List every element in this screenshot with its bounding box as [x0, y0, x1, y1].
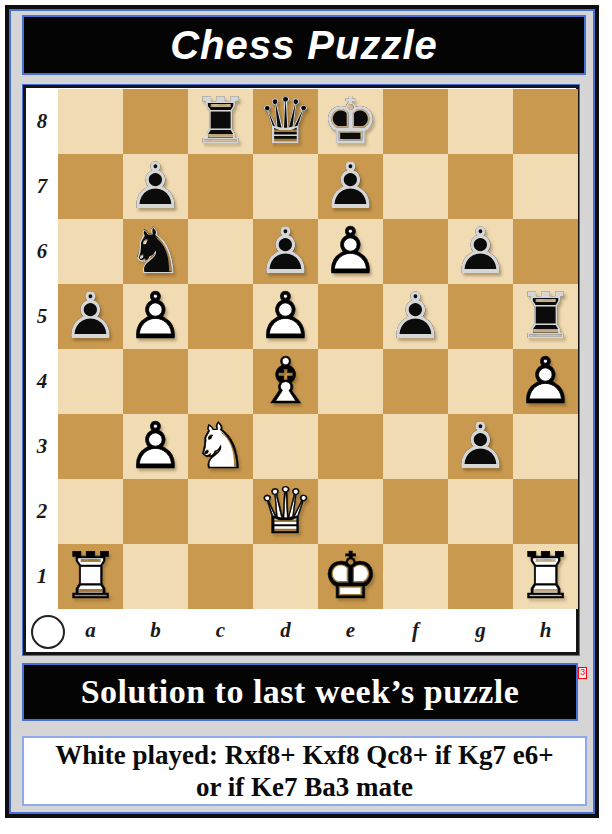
page-title: Chess Puzzle — [170, 23, 438, 68]
file-label-b: b — [123, 609, 188, 651]
rank-label-2: 2 — [26, 479, 58, 544]
square-g6: ♟♙ — [448, 219, 513, 284]
square-c1 — [188, 544, 253, 609]
square-e2 — [318, 479, 383, 544]
rank-label-7: 7 — [26, 154, 58, 219]
square-d1 — [253, 544, 318, 609]
square-a7 — [58, 154, 123, 219]
square-d7 — [253, 154, 318, 219]
white-bishop: ♝♗ — [253, 349, 318, 414]
file-label-e: e — [318, 609, 383, 651]
white-pawn: ♟♙ — [123, 284, 188, 349]
square-a8 — [58, 89, 123, 154]
square-b3: ♟♙ — [123, 414, 188, 479]
square-g1 — [448, 544, 513, 609]
black-queen: ♛♕ — [253, 89, 318, 154]
file-label-c: c — [188, 609, 253, 651]
square-f3 — [383, 414, 448, 479]
square-f4 — [383, 349, 448, 414]
square-f6 — [383, 219, 448, 284]
square-d2: ♛♕ — [253, 479, 318, 544]
square-a2 — [58, 479, 123, 544]
white-king: ♚♔ — [318, 544, 383, 609]
square-b2 — [123, 479, 188, 544]
square-b6: ♞♘ — [123, 219, 188, 284]
square-d8: ♛♕ — [253, 89, 318, 154]
file-label-g: g — [448, 609, 513, 651]
square-e7: ♟♙ — [318, 154, 383, 219]
square-g2 — [448, 479, 513, 544]
square-h5: ♜♖ — [513, 284, 578, 349]
solution-line-2: or if Ke7 Ba3 mate — [196, 771, 413, 803]
title-panel: Chess Puzzle — [22, 15, 586, 75]
square-d3 — [253, 414, 318, 479]
file-label-f: f — [383, 609, 448, 651]
square-h6 — [513, 219, 578, 284]
rank-label-3: 3 — [26, 414, 58, 479]
white-pawn: ♟♙ — [123, 414, 188, 479]
square-a4 — [58, 349, 123, 414]
square-b4 — [123, 349, 188, 414]
black-pawn: ♟♙ — [318, 154, 383, 219]
square-a1: ♜♖ — [58, 544, 123, 609]
square-h1: ♜♖ — [513, 544, 578, 609]
square-d5: ♟♙ — [253, 284, 318, 349]
square-a3 — [58, 414, 123, 479]
white-rook: ♜♖ — [513, 544, 578, 609]
square-h2 — [513, 479, 578, 544]
white-pawn: ♟♙ — [513, 349, 578, 414]
square-g3: ♟♙ — [448, 414, 513, 479]
square-e6: ♟♙ — [318, 219, 383, 284]
black-pawn: ♟♙ — [123, 154, 188, 219]
solution-line-1: White played: Rxf8+ Kxf8 Qc8+ if Kg7 e6+ — [55, 739, 553, 771]
square-a6 — [58, 219, 123, 284]
square-b8 — [123, 89, 188, 154]
square-b5: ♟♙ — [123, 284, 188, 349]
black-pawn: ♟♙ — [448, 219, 513, 284]
white-queen: ♛♕ — [253, 479, 318, 544]
solution-banner-text: Solution to last week’s puzzle — [81, 673, 520, 711]
black-pawn: ♟♙ — [448, 414, 513, 479]
page-frame: Chess Puzzle 87654321 ♜♖♛♕♚♔♟♙♟♙♞♘♟♙♟♙♟♙… — [5, 5, 599, 818]
square-d6: ♟♙ — [253, 219, 318, 284]
square-e1: ♚♔ — [318, 544, 383, 609]
white-pawn: ♟♙ — [253, 284, 318, 349]
rank-label-6: 6 — [26, 219, 58, 284]
square-e5 — [318, 284, 383, 349]
square-c5 — [188, 284, 253, 349]
black-rook: ♜♖ — [513, 284, 578, 349]
square-f2 — [383, 479, 448, 544]
file-label-d: d — [253, 609, 318, 651]
square-c4 — [188, 349, 253, 414]
black-king: ♚♔ — [318, 89, 383, 154]
square-h3 — [513, 414, 578, 479]
square-e8: ♚♔ — [318, 89, 383, 154]
chessboard-panel: 87654321 ♜♖♛♕♚♔♟♙♟♙♞♘♟♙♟♙♟♙♟♙♟♙♟♙♟♙♜♖♝♗♟… — [23, 85, 579, 655]
chessboard: ♜♖♛♕♚♔♟♙♟♙♞♘♟♙♟♙♟♙♟♙♟♙♟♙♟♙♜♖♝♗♟♙♟♙♞♘♟♙♛♕… — [58, 89, 578, 609]
square-c3: ♞♘ — [188, 414, 253, 479]
square-h7 — [513, 154, 578, 219]
white-rook: ♜♖ — [58, 544, 123, 609]
rank-label-8: 8 — [26, 89, 58, 154]
square-f1 — [383, 544, 448, 609]
rank-label-4: 4 — [26, 349, 58, 414]
square-d4: ♝♗ — [253, 349, 318, 414]
solution-banner: Solution to last week’s puzzle — [22, 663, 578, 721]
square-g5 — [448, 284, 513, 349]
square-c7 — [188, 154, 253, 219]
square-b1 — [123, 544, 188, 609]
chessboard-inner: 87654321 ♜♖♛♕♚♔♟♙♟♙♞♘♟♙♟♙♟♙♟♙♟♙♟♙♟♙♜♖♝♗♟… — [26, 88, 576, 652]
black-pawn: ♟♙ — [383, 284, 448, 349]
square-f5: ♟♙ — [383, 284, 448, 349]
black-rook: ♜♖ — [188, 89, 253, 154]
square-g8 — [448, 89, 513, 154]
rank-label-5: 5 — [26, 284, 58, 349]
square-f7 — [383, 154, 448, 219]
square-c2 — [188, 479, 253, 544]
square-g4 — [448, 349, 513, 414]
red-footnote-artifact: 3 — [578, 667, 587, 679]
square-g7 — [448, 154, 513, 219]
white-pawn: ♟♙ — [318, 219, 383, 284]
square-h8 — [513, 89, 578, 154]
square-b7: ♟♙ — [123, 154, 188, 219]
square-h4: ♟♙ — [513, 349, 578, 414]
black-knight: ♞♘ — [123, 219, 188, 284]
white-to-move-icon — [31, 615, 65, 649]
square-a5: ♟♙ — [58, 284, 123, 349]
file-labels: abcdefgh — [58, 609, 578, 651]
square-e4 — [318, 349, 383, 414]
square-c6 — [188, 219, 253, 284]
file-label-h: h — [513, 609, 578, 651]
rank-label-1: 1 — [26, 544, 58, 609]
rank-labels: 87654321 — [26, 89, 58, 609]
solution-text-panel: White played: Rxf8+ Kxf8 Qc8+ if Kg7 e6+… — [22, 736, 587, 806]
white-knight: ♞♘ — [188, 414, 253, 479]
square-e3 — [318, 414, 383, 479]
file-label-a: a — [58, 609, 123, 651]
black-pawn: ♟♙ — [253, 219, 318, 284]
black-pawn: ♟♙ — [58, 284, 123, 349]
square-c8: ♜♖ — [188, 89, 253, 154]
square-f8 — [383, 89, 448, 154]
